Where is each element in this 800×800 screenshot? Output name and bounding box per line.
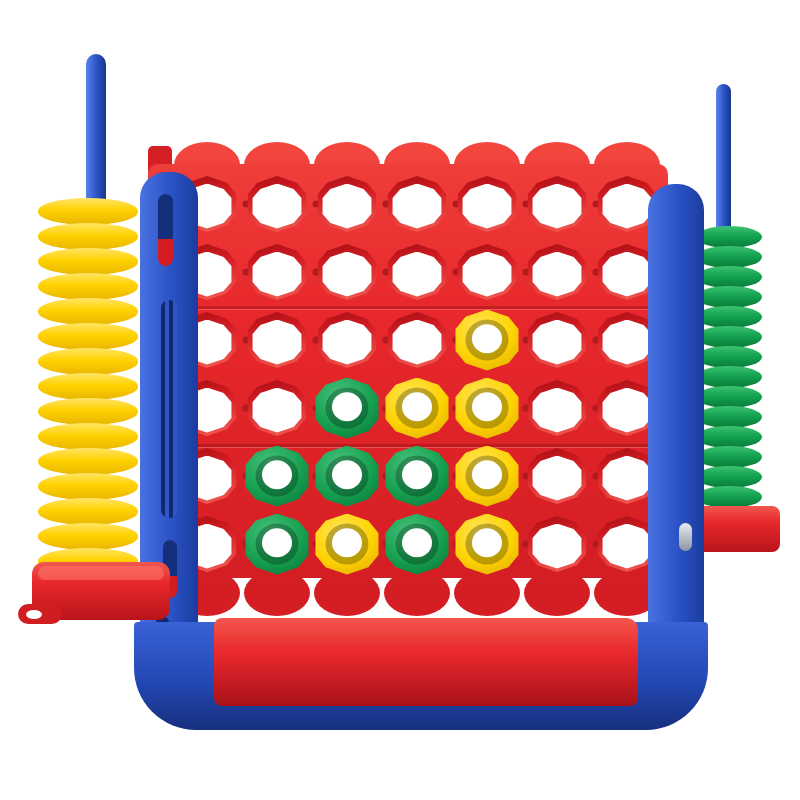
spare-disc-yellow: [38, 298, 138, 325]
spare-disc-yellow: [38, 273, 138, 300]
spare-disc-yellow: [38, 248, 138, 275]
spare-disc-yellow: [38, 523, 138, 550]
left-disc-stand: [0, 0, 800, 800]
spare-disc-yellow: [38, 448, 138, 475]
yellow-disc-stack: [38, 200, 138, 575]
spare-disc-yellow: [38, 373, 138, 400]
spare-disc-yellow: [38, 473, 138, 500]
spare-disc-yellow: [38, 323, 138, 350]
left-foot-tab: [18, 604, 62, 624]
spare-disc-yellow: [38, 423, 138, 450]
spare-disc-yellow: [38, 348, 138, 375]
spare-disc-yellow: [38, 498, 138, 525]
spare-disc-yellow: [38, 223, 138, 250]
spare-disc-yellow: [38, 398, 138, 425]
spare-disc-yellow: [38, 198, 138, 225]
giant-connect-four-photo: [0, 0, 800, 800]
